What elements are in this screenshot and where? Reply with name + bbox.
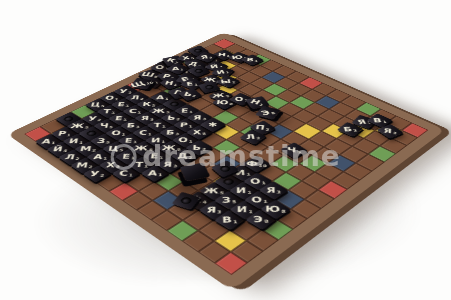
tile-value: 1 — [225, 71, 230, 74]
tile-letter: В1 — [244, 56, 261, 65]
tile-value: 1 — [180, 68, 184, 71]
tile-value: 1 — [233, 220, 238, 224]
tile-letter: Л2 — [242, 131, 263, 143]
tile-value: 8 — [270, 112, 276, 116]
letter-tile[interactable]: Э8 — [255, 106, 281, 120]
tile-value: 1 — [255, 60, 259, 62]
tile-value: 2 — [232, 81, 236, 84]
tile-letter: Ь2 — [180, 89, 201, 100]
tile-letter: Ю8 — [264, 202, 286, 217]
letter-tile[interactable]: Ф10 — [242, 155, 270, 172]
tile-value: 1 — [154, 81, 159, 84]
tile-back-recess — [180, 196, 194, 205]
tile-letter: ✱ — [204, 120, 223, 130]
tile-value: 2 — [189, 156, 193, 159]
letter-tile[interactable]: В1 — [241, 54, 264, 65]
tile-value: 1 — [129, 174, 134, 178]
tile-value: 2 — [192, 95, 197, 98]
tile-back-recess — [204, 84, 215, 90]
letter-tile[interactable]: Я3 — [376, 124, 403, 139]
tile-value: 1 — [158, 173, 163, 177]
tile-value: 3 — [353, 129, 358, 132]
tile-letter: Я3 — [380, 125, 400, 138]
tile-letter: Я3 — [263, 183, 284, 196]
letter-tile[interactable]: Ы2 — [216, 75, 240, 87]
tile-value: 2 — [100, 174, 105, 178]
tile-letter: Ь2 — [189, 142, 209, 153]
tile-value: 5 — [203, 132, 207, 135]
tile-value: 8 — [264, 219, 269, 223]
letter-tile[interactable] — [180, 163, 211, 182]
tile-letter: В1 — [369, 115, 391, 125]
tile-letter: Э8 — [255, 106, 280, 119]
tile-letter: Щ10 — [130, 77, 154, 89]
tile-value: 10 — [259, 164, 267, 168]
tile-value: 1 — [173, 84, 177, 87]
tile-value: 8 — [281, 209, 285, 213]
tile-value: 10 — [146, 81, 155, 85]
tile-value: 1 — [382, 120, 387, 123]
tile-value: 3 — [392, 132, 396, 135]
tile-value: 3 — [277, 190, 281, 194]
tile-value: 3 — [173, 165, 177, 168]
tile-letter: И1 — [212, 67, 233, 77]
letter-tile[interactable]: Я3 — [259, 181, 289, 199]
tile-letter: Ф10 — [246, 157, 267, 170]
tile-letter: Ы2 — [218, 77, 237, 86]
letter-tile[interactable]: Щ10 — [130, 78, 154, 90]
tile-value: 2 — [256, 137, 261, 140]
tile-back-recess — [193, 68, 204, 74]
tile-back-recess — [218, 165, 231, 173]
letter-tile[interactable]: Ч5 — [280, 142, 308, 158]
tile-value: 3 — [208, 56, 212, 59]
tile-value: 5 — [297, 150, 301, 154]
photo-stage: Ц5О1У2А1Р1Ж5У2Т1Е1Л2Й4И1Ч5Е1С1К2А1Л2М2З5… — [0, 0, 451, 300]
tile-letter: Ч5 — [284, 144, 304, 156]
tile-blank[interactable]: ✱ — [200, 117, 227, 132]
tile-value: 2 — [202, 148, 206, 151]
letter-tile[interactable]: Ь2 — [178, 88, 202, 101]
tile-letter: А1 — [169, 64, 187, 73]
tile-value: 2 — [265, 128, 269, 131]
